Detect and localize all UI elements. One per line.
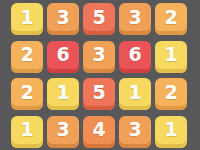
tile-r4c5[interactable]: 1 [155, 116, 187, 148]
tile-r4c4[interactable]: 3 [119, 116, 151, 148]
tile-r3c5[interactable]: 2 [155, 78, 187, 110]
tile-r2c5[interactable]: 1 [155, 41, 187, 73]
tile-number: 1 [20, 8, 33, 27]
tile-r2c2[interactable]: 6 [47, 41, 79, 73]
tile-number: 3 [56, 120, 69, 139]
tile-r2c4[interactable]: 6 [119, 41, 151, 73]
tile-number: 2 [20, 83, 33, 102]
tile-number: 5 [92, 83, 105, 102]
tile-number: 1 [56, 83, 69, 102]
tile-number: 1 [164, 120, 177, 139]
tile-r4c1[interactable]: 1 [11, 116, 43, 148]
game-screen: 13532263612151213431 [0, 0, 200, 150]
tile-number: 2 [20, 45, 33, 64]
tile-number: 2 [164, 8, 177, 27]
tile-r1c3[interactable]: 5 [83, 3, 115, 35]
puzzle-board: 13532263612151213431 [11, 3, 187, 148]
tile-r1c5[interactable]: 2 [155, 3, 187, 35]
tile-r3c4[interactable]: 1 [119, 78, 151, 110]
tile-number: 5 [92, 8, 105, 27]
tile-r1c2[interactable]: 3 [47, 3, 79, 35]
tile-r4c3[interactable]: 4 [83, 116, 115, 148]
tile-number: 3 [128, 120, 141, 139]
tile-number: 2 [164, 83, 177, 102]
tile-number: 3 [92, 45, 105, 64]
tile-r3c2[interactable]: 1 [47, 78, 79, 110]
tile-number: 1 [20, 120, 33, 139]
tile-r1c4[interactable]: 3 [119, 3, 151, 35]
tile-number: 6 [56, 45, 69, 64]
tile-r4c2[interactable]: 3 [47, 116, 79, 148]
tile-number: 6 [128, 45, 141, 64]
tile-r3c1[interactable]: 2 [11, 78, 43, 110]
tile-number: 1 [128, 83, 141, 102]
tile-number: 3 [128, 8, 141, 27]
tile-r1c1[interactable]: 1 [11, 3, 43, 35]
tile-r2c3[interactable]: 3 [83, 41, 115, 73]
tile-number: 3 [56, 8, 69, 27]
tile-number: 4 [92, 120, 105, 139]
tile-r3c3[interactable]: 5 [83, 78, 115, 110]
tile-r2c1[interactable]: 2 [11, 41, 43, 73]
tile-number: 1 [164, 45, 177, 64]
